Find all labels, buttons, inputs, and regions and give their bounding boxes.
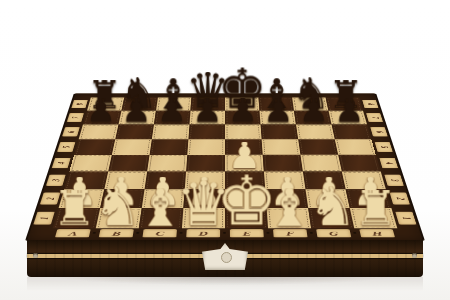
border-dot (180, 232, 183, 233)
square-h1[interactable]: ♜ (350, 208, 398, 228)
chess-board: ♜♞♝♛♚♝♞♜♟♟♟♟♟♟♟♟♟♟♟♟♟♟♟♟♜♞♝♛♚♝♞♜ ABCDEFG… (25, 93, 425, 241)
square-c5[interactable] (150, 139, 189, 155)
square-c6[interactable] (152, 125, 190, 140)
rank-label-left-6: 6 (62, 127, 80, 136)
square-h7[interactable]: ♟ (329, 111, 368, 125)
border-dot (353, 232, 356, 233)
rank-label-left-5: 5 (57, 142, 75, 152)
border-dot (223, 232, 226, 233)
file-label-c: C (142, 229, 176, 237)
chess-set-photo: ♜♞♝♛♚♝♞♜♟♟♟♟♟♟♟♟♟♟♟♟♟♟♟♟♜♞♝♛♚♝♞♜ ABCDEFG… (0, 0, 450, 300)
square-c1[interactable]: ♝ (139, 208, 184, 228)
rank-label-right-5: 5 (375, 142, 393, 152)
rank-label-right-7: 7 (366, 113, 383, 122)
square-a6[interactable] (79, 125, 119, 140)
square-h5[interactable] (335, 139, 376, 155)
rank-label-left-7: 7 (67, 113, 84, 122)
border-dot (93, 232, 96, 233)
rank-label-left-2: 2 (40, 192, 60, 204)
file-label-g: G (316, 229, 351, 237)
rank-label-left-8: 8 (71, 100, 88, 108)
file-label-e: E (230, 229, 264, 237)
piece-white-bishop[interactable]: ♝ (248, 187, 330, 227)
square-g5[interactable] (298, 139, 338, 155)
square-f6[interactable] (261, 125, 299, 140)
file-label-a: A (55, 229, 91, 237)
square-b6[interactable] (115, 125, 154, 140)
rank-label-right-2: 2 (390, 192, 410, 204)
clasp-screw-right (412, 253, 417, 258)
square-b5[interactable] (112, 139, 152, 155)
file-label-b: B (99, 229, 134, 237)
piece-white-bishop[interactable]: ♝ (119, 187, 201, 227)
file-label-h: H (359, 229, 395, 237)
file-label-f: F (273, 229, 307, 237)
file-label-d: D (186, 229, 220, 237)
square-f1[interactable]: ♝ (267, 208, 312, 228)
rank-label-right-4: 4 (379, 158, 398, 169)
rank-label-left-3: 3 (46, 175, 66, 186)
square-a5[interactable] (74, 139, 115, 155)
rank-label-right-3: 3 (384, 175, 404, 186)
board-reflection (27, 277, 423, 291)
rank-label-right-6: 6 (370, 127, 388, 136)
border-dot (310, 232, 313, 233)
square-d6[interactable] (188, 125, 225, 140)
board-front-edge (27, 240, 423, 277)
square-h6[interactable] (332, 125, 372, 140)
border-dot (136, 232, 139, 233)
border-dot (266, 232, 269, 233)
rank-label-right-8: 8 (362, 100, 379, 108)
board-squares: ♜♞♝♛♚♝♞♜♟♟♟♟♟♟♟♟♟♟♟♟♟♟♟♟♜♞♝♛♚♝♞♜ (53, 98, 398, 229)
rank-label-left-4: 4 (52, 158, 71, 169)
square-a1[interactable]: ♜ (53, 208, 101, 228)
square-g6[interactable] (296, 125, 335, 140)
clasp-screw-left (33, 253, 38, 258)
clasp-ornament (221, 252, 232, 263)
